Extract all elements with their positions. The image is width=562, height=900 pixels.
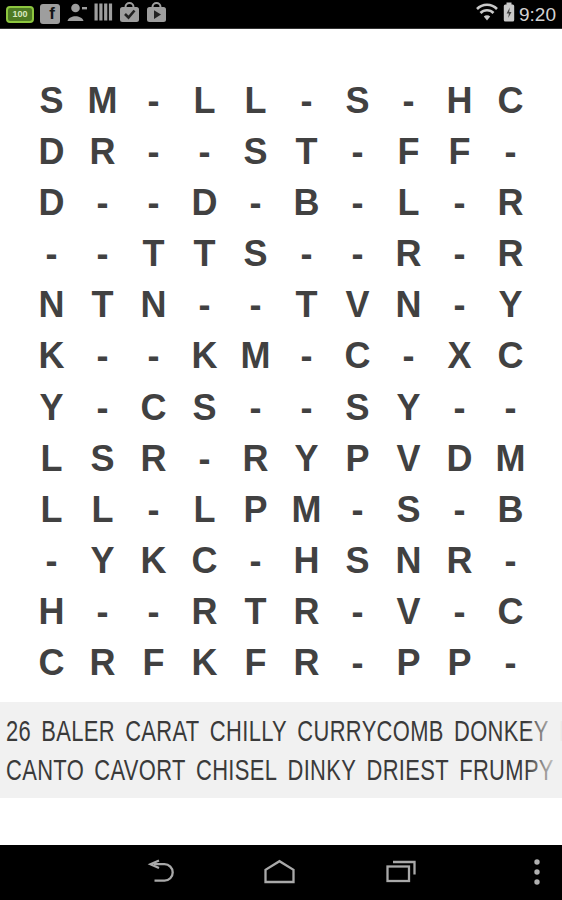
grid-cell[interactable]: M [485, 433, 536, 484]
grid-cell-blank[interactable]: - [485, 126, 536, 177]
word-list-word: CHISEL [196, 753, 277, 786]
vertical-bars-icon [94, 2, 113, 26]
grid-cell[interactable]: C [485, 587, 536, 638]
word-list-word: DRIEST [366, 753, 449, 786]
grid-cell[interactable]: T [128, 229, 179, 280]
grid-cell[interactable]: R [128, 433, 179, 484]
grid-cell[interactable]: K [179, 638, 230, 689]
grid-cell[interactable]: R [281, 587, 332, 638]
grid-cell-blank[interactable]: - [281, 75, 332, 126]
grid-cell[interactable]: H [26, 587, 77, 638]
grid-cell-blank[interactable]: - [230, 536, 281, 587]
grid-cell[interactable]: S [332, 382, 383, 433]
grid-cell-blank[interactable]: - [434, 177, 485, 228]
grid-cell[interactable]: S [383, 484, 434, 535]
grid-cell-blank[interactable]: - [230, 280, 281, 331]
grid-cell[interactable]: N [383, 280, 434, 331]
grid-cell[interactable]: T [281, 280, 332, 331]
grid-cell-blank[interactable]: - [485, 536, 536, 587]
grid-cell[interactable]: S [332, 536, 383, 587]
grid-cell-blank[interactable]: - [281, 382, 332, 433]
grid-cell[interactable]: R [383, 229, 434, 280]
grid-cell[interactable]: R [485, 229, 536, 280]
grid-cell[interactable]: L [26, 484, 77, 535]
grid-cell[interactable]: R [485, 177, 536, 228]
grid-cell[interactable]: S [77, 433, 128, 484]
grid-cell[interactable]: M [281, 484, 332, 535]
back-icon[interactable] [143, 859, 179, 890]
grid-cell-blank[interactable]: - [332, 587, 383, 638]
grid-cell-blank[interactable]: - [332, 229, 383, 280]
grid-cell[interactable]: M [77, 75, 128, 126]
grid-cell[interactable]: C [485, 331, 536, 382]
word-list-word: CHILLY [210, 714, 287, 747]
clock: 9:20 [519, 0, 558, 29]
word-list-line-2: CANTOCAVORTCHISELDINKYDRIESTFRUMPYM [6, 750, 562, 789]
grid-cell-blank[interactable]: - [77, 177, 128, 228]
grid-cell[interactable]: F [230, 638, 281, 689]
grid-cell[interactable]: K [26, 331, 77, 382]
grid-cell[interactable]: X [434, 331, 485, 382]
grid-cell[interactable]: C [26, 638, 77, 689]
grid-cell[interactable]: D [26, 126, 77, 177]
grid-cell[interactable]: H [434, 75, 485, 126]
grid-cell-blank[interactable]: - [332, 177, 383, 228]
grid-cell[interactable]: N [26, 280, 77, 331]
word-list-word: CAVORT [94, 753, 185, 786]
grid-cell[interactable]: Y [383, 382, 434, 433]
grid-cell[interactable]: D [26, 177, 77, 228]
grid-cell-blank[interactable]: - [383, 331, 434, 382]
grid-cell[interactable]: T [281, 126, 332, 177]
grid-cell[interactable]: L [230, 75, 281, 126]
grid-cell[interactable]: R [179, 587, 230, 638]
grid-cell[interactable]: L [179, 75, 230, 126]
grid-cell-blank[interactable]: - [434, 382, 485, 433]
grid-cell[interactable]: V [383, 433, 434, 484]
word-list-word: DINKY [287, 753, 356, 786]
grid-cell[interactable]: F [383, 126, 434, 177]
grid-cell[interactable]: P [230, 484, 281, 535]
grid-cell[interactable]: L [77, 484, 128, 535]
bag-check-icon [119, 2, 140, 27]
grid-cell[interactable]: S [230, 229, 281, 280]
grid-cell-blank[interactable]: - [128, 126, 179, 177]
letter-grid[interactable]: SM-LL-S-HCDR--ST-FF-D--D-B-L-R--TTS--R-R… [26, 75, 536, 689]
grid-cell[interactable]: C [128, 382, 179, 433]
grid-cell[interactable]: Y [281, 433, 332, 484]
grid-cell[interactable]: S [230, 126, 281, 177]
grid-cell[interactable]: C [332, 331, 383, 382]
grid-cell[interactable]: R [77, 126, 128, 177]
grid-cell-blank[interactable]: - [77, 229, 128, 280]
grid-cell[interactable]: K [179, 331, 230, 382]
grid-cell-blank[interactable]: - [434, 280, 485, 331]
grid-cell-blank[interactable]: - [179, 126, 230, 177]
word-list-word: CANTO [6, 753, 84, 786]
grid-cell-blank[interactable]: - [128, 331, 179, 382]
grid-cell-blank[interactable]: - [383, 75, 434, 126]
grid-cell-blank[interactable]: - [485, 638, 536, 689]
battery-100-icon: 100 [6, 6, 34, 23]
word-list-fade-overlay [526, 702, 562, 798]
grid-cell-blank[interactable]: - [485, 382, 536, 433]
grid-cell-blank[interactable]: - [77, 587, 128, 638]
grid-cell[interactable]: L [383, 177, 434, 228]
word-count: 26 [6, 714, 31, 747]
grid-cell[interactable]: N [128, 280, 179, 331]
grid-cell-blank[interactable]: - [128, 484, 179, 535]
grid-cell[interactable]: S [332, 75, 383, 126]
contact-icon [66, 2, 88, 26]
grid-cell-blank[interactable]: - [128, 177, 179, 228]
grid-cell-blank[interactable]: - [332, 638, 383, 689]
grid-cell[interactable]: C [485, 75, 536, 126]
grid-cell-blank[interactable]: - [179, 433, 230, 484]
grid-cell-blank[interactable]: - [230, 177, 281, 228]
grid-cell[interactable]: R [281, 638, 332, 689]
grid-cell[interactable]: D [434, 433, 485, 484]
grid-cell-blank[interactable]: - [434, 484, 485, 535]
grid-cell[interactable]: L [179, 484, 230, 535]
grid-cell[interactable]: R [230, 433, 281, 484]
grid-cell-blank[interactable]: - [332, 484, 383, 535]
grid-cell[interactable]: Y [77, 536, 128, 587]
wifi-icon [475, 2, 499, 26]
grid-cell[interactable]: V [383, 587, 434, 638]
grid-cell[interactable]: P [332, 433, 383, 484]
word-list-word: CURRYCOMB [297, 714, 443, 747]
word-list-word: CARAT [125, 714, 199, 747]
grid-cell-blank[interactable]: - [281, 229, 332, 280]
grid-cell[interactable]: R [77, 638, 128, 689]
grid-cell-blank[interactable]: - [434, 229, 485, 280]
grid-cell[interactable]: Y [26, 382, 77, 433]
grid-cell[interactable]: C [179, 536, 230, 587]
grid-cell[interactable]: F [434, 126, 485, 177]
grid-cell[interactable]: S [26, 75, 77, 126]
recents-icon[interactable] [384, 860, 419, 888]
word-list-line-1: 26BALERCARATCHILLYCURRYCOMBDONKEYF [6, 711, 562, 750]
grid-cell-blank[interactable]: - [26, 536, 77, 587]
battery-charging-icon [503, 2, 515, 26]
grid-cell[interactable]: S [179, 382, 230, 433]
grid-cell-blank[interactable]: - [77, 331, 128, 382]
grid-cell[interactable]: T [179, 229, 230, 280]
grid-cell-blank[interactable]: - [332, 126, 383, 177]
grid-cell[interactable]: H [281, 536, 332, 587]
grid-cell[interactable]: P [434, 638, 485, 689]
grid-cell[interactable]: M [230, 331, 281, 382]
grid-cell[interactable]: L [26, 433, 77, 484]
home-icon[interactable] [262, 859, 297, 888]
status-bar[interactable]: 100 f [0, 0, 562, 29]
word-list-word: BALER [41, 714, 115, 747]
word-list-panel[interactable]: 26BALERCARATCHILLYCURRYCOMBDONKEYF CANTO… [0, 702, 562, 798]
bag-play-icon [146, 2, 167, 27]
grid-cell[interactable]: B [485, 484, 536, 535]
grid-cell[interactable]: P [383, 638, 434, 689]
status-bar-notification-icons: 100 f [6, 2, 167, 27]
grid-cell[interactable]: F [128, 638, 179, 689]
grid-cell[interactable]: R [434, 536, 485, 587]
grid-cell-blank[interactable]: - [128, 587, 179, 638]
grid-cell[interactable]: T [230, 587, 281, 638]
menu-overflow-icon[interactable] [532, 858, 542, 891]
status-bar-system-icons: 9:20 [475, 0, 558, 29]
navigation-bar [0, 845, 562, 900]
grid-cell-blank[interactable]: - [434, 587, 485, 638]
grid-cell[interactable]: D [179, 177, 230, 228]
grid-cell-blank[interactable]: - [77, 382, 128, 433]
grid-cell-blank[interactable]: - [179, 280, 230, 331]
facebook-icon: f [40, 4, 60, 24]
grid-cell[interactable]: K [128, 536, 179, 587]
grid-cell-blank[interactable]: - [281, 331, 332, 382]
grid-cell-blank[interactable]: - [26, 229, 77, 280]
grid-cell-blank[interactable]: - [128, 75, 179, 126]
grid-cell[interactable]: B [281, 177, 332, 228]
grid-cell[interactable]: V [332, 280, 383, 331]
grid-cell[interactable]: N [383, 536, 434, 587]
grid-cell[interactable]: Y [485, 280, 536, 331]
grid-cell[interactable]: T [77, 280, 128, 331]
grid-cell-blank[interactable]: - [230, 382, 281, 433]
